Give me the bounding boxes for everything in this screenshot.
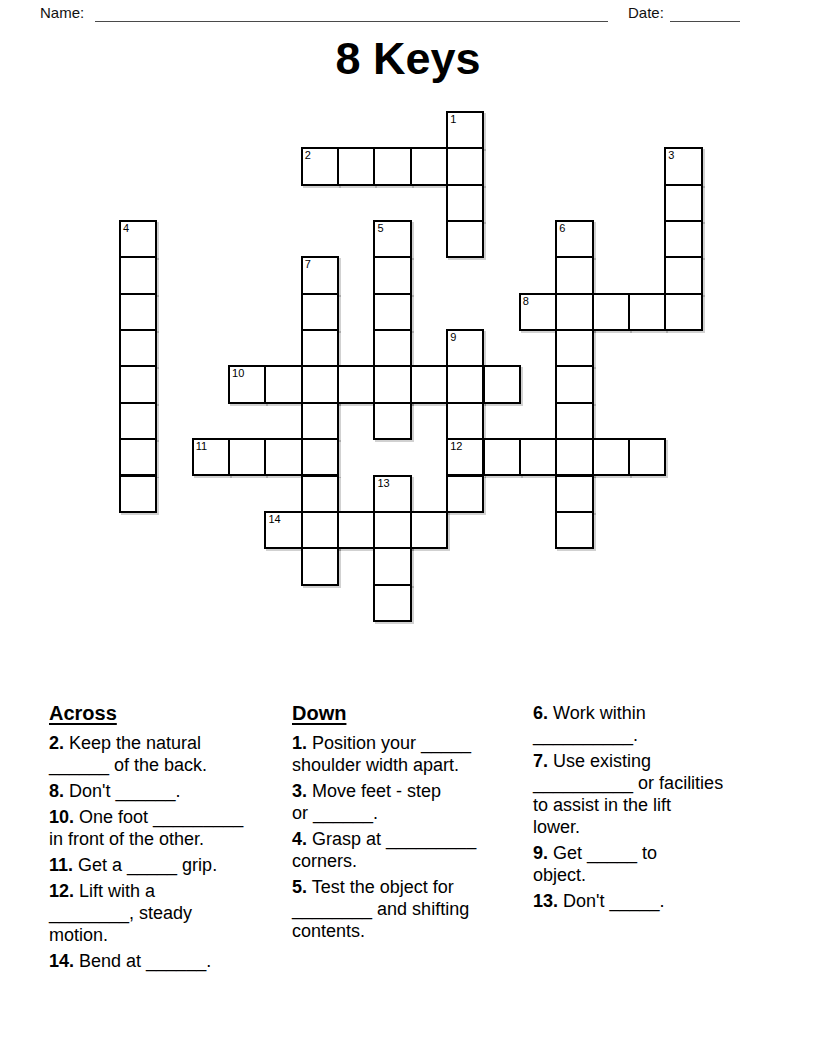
grid-cell-r9-c13: [592, 438, 630, 476]
grid-cell-r0-c9: 1: [446, 111, 484, 149]
grid-cell-r7-c7: [373, 365, 411, 403]
grid-cell-r9-c10: [483, 438, 521, 476]
clue-text: Don't _____.: [558, 891, 665, 911]
down-clues-column-continued: 6. Work within __________.7. Use existin…: [533, 702, 793, 916]
grid-cell-r5-c14: [628, 293, 666, 331]
cell-number-1: 1: [450, 113, 456, 126]
grid-cell-r8-c0: [119, 402, 157, 440]
clue-number: 3.: [292, 781, 307, 801]
grid-cell-r1-c6: [337, 147, 375, 185]
cell-number-4: 4: [123, 222, 129, 235]
grid-cell-r11-c8: [410, 511, 448, 549]
name-blank-line: [95, 21, 608, 23]
grid-cell-r5-c15: [664, 293, 702, 331]
grid-cell-r8-c7: [373, 402, 411, 440]
down-clues-heading: Down: [292, 702, 527, 724]
across-clues-column: Across2. Keep the natural ______ of the …: [49, 702, 274, 976]
clue-7: 7. Use existing __________ or facilities…: [533, 750, 793, 838]
date-blank-line: [670, 21, 740, 23]
grid-cell-r6-c5: [301, 329, 339, 367]
grid-cell-r5-c11: 8: [519, 293, 557, 331]
grid-cell-r9-c0: [119, 438, 157, 476]
grid-cell-r1-c5: 2: [301, 147, 339, 185]
grid-cell-r11-c5: [301, 511, 339, 549]
grid-cell-r8-c9: [446, 402, 484, 440]
clue-12: 12. Lift with a ________, steady motion.: [49, 880, 274, 946]
grid-cell-r6-c9: 9: [446, 329, 484, 367]
grid-cell-r5-c13: [592, 293, 630, 331]
clue-9: 9. Get _____ to object.: [533, 842, 793, 886]
cell-number-11: 11: [196, 440, 207, 453]
clue-text: Don't ______.: [64, 781, 181, 801]
grid-cell-r10-c12: [555, 475, 593, 513]
clue-number: 2.: [49, 733, 64, 753]
grid-cell-r8-c5: [301, 402, 339, 440]
grid-cell-r7-c10: [483, 365, 521, 403]
grid-cell-r6-c7: [373, 329, 411, 367]
grid-cell-r9-c9: 12: [446, 438, 484, 476]
grid-cell-r1-c15: 3: [664, 147, 702, 185]
grid-cell-r7-c8: [410, 365, 448, 403]
grid-cell-r13-c7: [373, 584, 411, 622]
grid-cell-r11-c6: [337, 511, 375, 549]
grid-cell-r11-c4: 14: [264, 511, 302, 549]
clue-text: Work within __________.: [533, 703, 646, 745]
clue-text: Test the object for ________ and shiftin…: [292, 877, 469, 941]
grid-cell-r7-c4: [264, 365, 302, 403]
cell-number-3: 3: [668, 149, 674, 162]
grid-cell-r9-c11: [519, 438, 557, 476]
grid-cell-r4-c12: [555, 256, 593, 294]
clue-number: 7.: [533, 751, 548, 771]
grid-cell-r6-c0: [119, 329, 157, 367]
cell-number-9: 9: [450, 331, 456, 344]
cell-number-14: 14: [268, 513, 280, 526]
grid-cell-r9-c3: [228, 438, 266, 476]
clue-number: 11.: [49, 855, 73, 875]
grid-cell-r10-c9: [446, 475, 484, 513]
clue-number: 8.: [49, 781, 64, 801]
grid-cell-r7-c9: [446, 365, 484, 403]
grid-cell-r11-c7: [373, 511, 411, 549]
grid-cell-r5-c7: [373, 293, 411, 331]
clue-2: 2. Keep the natural ______ of the back.: [49, 732, 274, 776]
clue-number: 10.: [49, 807, 74, 827]
grid-cell-r7-c3: 10: [228, 365, 266, 403]
clue-6: 6. Work within __________.: [533, 702, 793, 746]
grid-cell-r2-c9: [446, 184, 484, 222]
clue-text: Get _____ to object.: [533, 843, 657, 885]
grid-cell-r12-c7: [373, 547, 411, 585]
date-label: Date:: [628, 3, 664, 23]
grid-cell-r10-c0: [119, 475, 157, 513]
grid-cell-r7-c5: [301, 365, 339, 403]
grid-cell-r2-c15: [664, 184, 702, 222]
grid-cell-r1-c7: [373, 147, 411, 185]
cell-number-8: 8: [523, 295, 529, 308]
clue-11: 11. Get a _____ grip.: [49, 854, 274, 876]
grid-cell-r9-c4: [264, 438, 302, 476]
clue-number: 9.: [533, 843, 548, 863]
clue-14: 14. Bend at ______.: [49, 950, 274, 972]
clue-text: Position your _____ shoulder width apart…: [292, 733, 471, 775]
puzzle-title: 8 Keys: [0, 33, 816, 85]
grid-cell-r12-c5: [301, 547, 339, 585]
grid-cell-r10-c7: 13: [373, 475, 411, 513]
clue-text: Move feet - step or ______.: [292, 781, 441, 823]
clue-1: 1. Position your _____ shoulder width ap…: [292, 732, 527, 776]
cell-number-12: 12: [450, 440, 462, 453]
grid-cell-r10-c5: [301, 475, 339, 513]
down-clues-column: Down1. Position your _____ shoulder widt…: [292, 702, 527, 946]
clue-text: Get a _____ grip.: [73, 855, 217, 875]
clue-13: 13. Don't _____.: [533, 890, 793, 912]
cell-number-2: 2: [305, 149, 311, 162]
clue-text: Use existing __________ or facilities to…: [533, 751, 723, 837]
cell-number-6: 6: [559, 222, 565, 235]
clue-10: 10. One foot _________ in front of the o…: [49, 806, 274, 850]
grid-cell-r9-c5: [301, 438, 339, 476]
grid-cell-r7-c0: [119, 365, 157, 403]
clue-number: 13.: [533, 891, 558, 911]
cell-number-7: 7: [305, 258, 311, 271]
grid-cell-r9-c14: [628, 438, 666, 476]
clue-5: 5. Test the object for ________ and shif…: [292, 876, 527, 942]
crossword-worksheet: Name: Date: 8 Keys 1234567891011121314 A…: [0, 0, 816, 1056]
clue-4: 4. Grasp at _________ corners.: [292, 828, 527, 872]
clue-text: Keep the natural ______ of the back.: [49, 733, 207, 775]
cell-number-10: 10: [232, 367, 244, 380]
grid-cell-r3-c12: 6: [555, 220, 593, 258]
name-label: Name:: [40, 3, 84, 23]
grid-cell-r1-c8: [410, 147, 448, 185]
grid-cell-r9-c12: [555, 438, 593, 476]
grid-cell-r4-c15: [664, 256, 702, 294]
across-clues-heading: Across: [49, 702, 274, 724]
grid-cell-r8-c12: [555, 402, 593, 440]
grid-cell-r11-c12: [555, 511, 593, 549]
clue-number: 6.: [533, 703, 548, 723]
grid-cell-r5-c0: [119, 293, 157, 331]
grid-cell-r7-c12: [555, 365, 593, 403]
grid-cell-r3-c15: [664, 220, 702, 258]
grid-cell-r4-c5: 7: [301, 256, 339, 294]
clue-text: One foot _________ in front of the other…: [49, 807, 243, 849]
grid-cell-r9-c2: 11: [192, 438, 230, 476]
clue-text: Grasp at _________ corners.: [292, 829, 476, 871]
clue-8: 8. Don't ______.: [49, 780, 274, 802]
grid-cell-r5-c12: [555, 293, 593, 331]
grid-cell-r1-c9: [446, 147, 484, 185]
clue-number: 5.: [292, 877, 307, 897]
cell-number-13: 13: [377, 477, 389, 490]
grid-cell-r3-c9: [446, 220, 484, 258]
grid-cell-r4-c7: [373, 256, 411, 294]
clue-number: 14.: [49, 951, 74, 971]
grid-cell-r3-c7: 5: [373, 220, 411, 258]
grid-cell-r6-c12: [555, 329, 593, 367]
grid-cell-r3-c0: 4: [119, 220, 157, 258]
clue-3: 3. Move feet - step or ______.: [292, 780, 527, 824]
clue-number: 12.: [49, 881, 74, 901]
clue-number: 1.: [292, 733, 307, 753]
grid-cell-r4-c0: [119, 256, 157, 294]
grid-cell-r7-c6: [337, 365, 375, 403]
cell-number-5: 5: [377, 222, 383, 235]
crossword-grid: 1234567891011121314: [119, 111, 703, 622]
clue-text: Bend at ______.: [74, 951, 211, 971]
grid-cell-r5-c5: [301, 293, 339, 331]
clue-number: 4.: [292, 829, 307, 849]
